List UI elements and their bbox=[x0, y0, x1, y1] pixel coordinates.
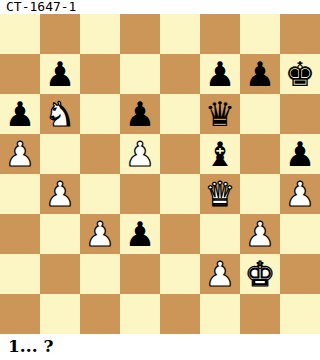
square-d3[interactable]: ♟ bbox=[120, 214, 160, 254]
square-a4[interactable] bbox=[0, 174, 40, 214]
square-f2[interactable]: ♟ bbox=[200, 254, 240, 294]
square-h1[interactable] bbox=[280, 294, 320, 334]
square-b7[interactable]: ♟ bbox=[40, 54, 80, 94]
white-knight-b6[interactable]: ♞ bbox=[40, 94, 80, 134]
black-pawn-d6[interactable]: ♟ bbox=[120, 94, 160, 134]
square-h7[interactable]: ♚ bbox=[280, 54, 320, 94]
square-g7[interactable]: ♟ bbox=[240, 54, 280, 94]
black-pawn-f7[interactable]: ♟ bbox=[200, 54, 240, 94]
square-g3[interactable]: ♟ bbox=[240, 214, 280, 254]
square-c1[interactable] bbox=[80, 294, 120, 334]
move-prompt: 1... ? bbox=[0, 334, 320, 360]
square-f1[interactable] bbox=[200, 294, 240, 334]
square-h2[interactable] bbox=[280, 254, 320, 294]
square-a8[interactable] bbox=[0, 14, 40, 54]
square-c5[interactable] bbox=[80, 134, 120, 174]
puzzle-title: CT-1647-1 bbox=[0, 0, 320, 14]
square-f7[interactable]: ♟ bbox=[200, 54, 240, 94]
square-a3[interactable] bbox=[0, 214, 40, 254]
square-f6[interactable]: ♛ bbox=[200, 94, 240, 134]
square-h3[interactable] bbox=[280, 214, 320, 254]
black-pawn-b7[interactable]: ♟ bbox=[40, 54, 80, 94]
square-g8[interactable] bbox=[240, 14, 280, 54]
square-h8[interactable] bbox=[280, 14, 320, 54]
white-pawn-f2[interactable]: ♟ bbox=[200, 254, 240, 294]
square-e4[interactable] bbox=[160, 174, 200, 214]
white-pawn-d5[interactable]: ♟ bbox=[120, 134, 160, 174]
black-pawn-h5[interactable]: ♟ bbox=[280, 134, 320, 174]
black-pawn-d3[interactable]: ♟ bbox=[120, 214, 160, 254]
white-pawn-a5[interactable]: ♟ bbox=[0, 134, 40, 174]
square-c7[interactable] bbox=[80, 54, 120, 94]
square-c8[interactable] bbox=[80, 14, 120, 54]
square-b1[interactable] bbox=[40, 294, 80, 334]
white-pawn-h4[interactable]: ♟ bbox=[280, 174, 320, 214]
square-e8[interactable] bbox=[160, 14, 200, 54]
square-d2[interactable] bbox=[120, 254, 160, 294]
square-d6[interactable]: ♟ bbox=[120, 94, 160, 134]
square-d1[interactable] bbox=[120, 294, 160, 334]
square-h6[interactable] bbox=[280, 94, 320, 134]
square-a1[interactable] bbox=[0, 294, 40, 334]
chess-puzzle-page: CT-1647-1 ♟♟♟♚♟♞♟♛♟♟♝♟♟♛♟♟♟♟♟♚ 1... ? bbox=[0, 0, 320, 360]
square-f3[interactable] bbox=[200, 214, 240, 254]
square-b6[interactable]: ♞ bbox=[40, 94, 80, 134]
square-e7[interactable] bbox=[160, 54, 200, 94]
square-g4[interactable] bbox=[240, 174, 280, 214]
black-pawn-a6[interactable]: ♟ bbox=[0, 94, 40, 134]
white-queen-f4[interactable]: ♛ bbox=[200, 174, 240, 214]
chess-board: ♟♟♟♚♟♞♟♛♟♟♝♟♟♛♟♟♟♟♟♚ bbox=[0, 14, 320, 334]
square-d4[interactable] bbox=[120, 174, 160, 214]
black-queen-f6[interactable]: ♛ bbox=[200, 94, 240, 134]
square-b4[interactable]: ♟ bbox=[40, 174, 80, 214]
square-a6[interactable]: ♟ bbox=[0, 94, 40, 134]
square-g5[interactable] bbox=[240, 134, 280, 174]
square-c2[interactable] bbox=[80, 254, 120, 294]
square-a5[interactable]: ♟ bbox=[0, 134, 40, 174]
square-b3[interactable] bbox=[40, 214, 80, 254]
square-c6[interactable] bbox=[80, 94, 120, 134]
black-bishop-f5[interactable]: ♝ bbox=[200, 134, 240, 174]
square-c3[interactable]: ♟ bbox=[80, 214, 120, 254]
square-f5[interactable]: ♝ bbox=[200, 134, 240, 174]
square-b2[interactable] bbox=[40, 254, 80, 294]
square-e2[interactable] bbox=[160, 254, 200, 294]
square-c4[interactable] bbox=[80, 174, 120, 214]
square-d8[interactable] bbox=[120, 14, 160, 54]
square-e5[interactable] bbox=[160, 134, 200, 174]
black-pawn-g7[interactable]: ♟ bbox=[240, 54, 280, 94]
square-a2[interactable] bbox=[0, 254, 40, 294]
square-f4[interactable]: ♛ bbox=[200, 174, 240, 214]
black-king-h7[interactable]: ♚ bbox=[280, 54, 320, 94]
square-h5[interactable]: ♟ bbox=[280, 134, 320, 174]
square-b5[interactable] bbox=[40, 134, 80, 174]
white-pawn-b4[interactable]: ♟ bbox=[40, 174, 80, 214]
square-e3[interactable] bbox=[160, 214, 200, 254]
square-b8[interactable] bbox=[40, 14, 80, 54]
white-pawn-g3[interactable]: ♟ bbox=[240, 214, 280, 254]
square-g6[interactable] bbox=[240, 94, 280, 134]
square-h4[interactable]: ♟ bbox=[280, 174, 320, 214]
square-g1[interactable] bbox=[240, 294, 280, 334]
square-a7[interactable] bbox=[0, 54, 40, 94]
white-king-g2[interactable]: ♚ bbox=[240, 254, 280, 294]
white-pawn-c3[interactable]: ♟ bbox=[80, 214, 120, 254]
square-e1[interactable] bbox=[160, 294, 200, 334]
square-f8[interactable] bbox=[200, 14, 240, 54]
square-g2[interactable]: ♚ bbox=[240, 254, 280, 294]
square-d5[interactable]: ♟ bbox=[120, 134, 160, 174]
square-e6[interactable] bbox=[160, 94, 200, 134]
square-d7[interactable] bbox=[120, 54, 160, 94]
